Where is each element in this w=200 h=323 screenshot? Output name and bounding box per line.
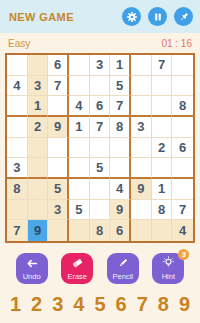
grid-cell[interactable]: 6 <box>48 55 69 76</box>
grid-cell[interactable]: 3 <box>48 200 69 221</box>
lightbulb-icon <box>162 256 175 272</box>
grid-cell[interactable] <box>90 179 111 200</box>
grid-cell[interactable] <box>28 138 49 159</box>
grid-cell[interactable]: 8 <box>7 179 28 200</box>
difficulty-label: Easy <box>8 38 30 49</box>
grid-cell[interactable] <box>48 220 69 241</box>
grid-cell[interactable] <box>172 76 193 97</box>
number-pad: 123456789 <box>0 293 200 315</box>
grid-cell[interactable] <box>90 138 111 159</box>
timer: 01 : 16 <box>161 38 192 49</box>
undo-button[interactable]: Undo <box>16 253 48 284</box>
sudoku-board: 63174375146782917832635854913598779864 <box>5 53 195 243</box>
erase-button[interactable]: Erase <box>61 253 93 284</box>
grid-cell[interactable]: 5 <box>69 200 90 221</box>
grid-cell[interactable] <box>90 200 111 221</box>
grid-cell[interactable] <box>69 220 90 241</box>
settings-button[interactable] <box>122 7 141 26</box>
grid-cell[interactable] <box>152 220 173 241</box>
grid-cell[interactable]: 2 <box>28 117 49 138</box>
pause-icon <box>153 12 163 22</box>
grid-cell[interactable]: 9 <box>110 200 131 221</box>
grid-cell[interactable] <box>152 76 173 97</box>
grid-cell[interactable] <box>48 158 69 179</box>
grid-cell[interactable] <box>7 200 28 221</box>
grid-cell[interactable] <box>110 138 131 159</box>
grid-cell[interactable] <box>152 158 173 179</box>
grid-cell[interactable] <box>172 179 193 200</box>
grid-cell[interactable]: 9 <box>28 220 49 241</box>
hint-button[interactable]: 3 Hint <box>152 253 184 284</box>
grid-cell[interactable] <box>69 179 90 200</box>
grid-cell[interactable]: 5 <box>90 158 111 179</box>
grid-cell[interactable]: 7 <box>90 117 111 138</box>
grid-cell[interactable]: 7 <box>7 220 28 241</box>
pencil-button[interactable]: Pencil <box>107 253 139 284</box>
numpad-digit-6[interactable]: 6 <box>116 293 127 315</box>
grid-cell[interactable] <box>7 138 28 159</box>
grid-cell[interactable] <box>69 138 90 159</box>
grid-cell[interactable]: 6 <box>110 220 131 241</box>
grid-cell[interactable]: 7 <box>110 96 131 117</box>
grid-cell[interactable] <box>172 55 193 76</box>
topbar-buttons <box>122 7 193 26</box>
grid-cell[interactable] <box>172 158 193 179</box>
grid-cell[interactable] <box>152 96 173 117</box>
grid-cell[interactable]: 7 <box>172 200 193 221</box>
gear-icon <box>126 11 138 23</box>
grid-cell[interactable]: 9 <box>131 179 152 200</box>
grid-cell[interactable]: 8 <box>110 117 131 138</box>
grid-cell[interactable] <box>28 200 49 221</box>
undo-label: Undo <box>23 273 41 281</box>
grid-cell[interactable] <box>131 96 152 117</box>
grid-cell[interactable] <box>7 117 28 138</box>
numpad-digit-9[interactable]: 9 <box>179 293 190 315</box>
grid-cell[interactable] <box>131 55 152 76</box>
pin-icon <box>178 11 190 23</box>
grid-cell[interactable] <box>131 200 152 221</box>
grid-cell[interactable]: 1 <box>110 55 131 76</box>
grid-cell[interactable]: 4 <box>7 76 28 97</box>
top-bar: NEW GAME <box>0 0 200 33</box>
grid-cell[interactable]: 2 <box>152 138 173 159</box>
grid-cell[interactable]: 4 <box>69 96 90 117</box>
hint-label: Hint <box>162 273 175 281</box>
grid-cell[interactable] <box>131 220 152 241</box>
grid-cell[interactable]: 3 <box>7 158 28 179</box>
grid-cell[interactable] <box>28 179 49 200</box>
grid-cell[interactable]: 4 <box>172 220 193 241</box>
numpad-digit-2[interactable]: 2 <box>31 293 42 315</box>
grid-cell[interactable]: 3 <box>131 117 152 138</box>
grid-cell[interactable]: 9 <box>48 117 69 138</box>
numpad-digit-8[interactable]: 8 <box>158 293 169 315</box>
numpad-digit-7[interactable]: 7 <box>137 293 148 315</box>
grid-cell[interactable]: 6 <box>90 96 111 117</box>
grid-cell[interactable]: 8 <box>152 200 173 221</box>
grid-cell[interactable]: 8 <box>172 96 193 117</box>
grid-cell[interactable] <box>152 117 173 138</box>
numpad-digit-3[interactable]: 3 <box>52 293 63 315</box>
pause-button[interactable] <box>148 7 167 26</box>
undo-arrow-icon <box>25 257 38 272</box>
numpad-digit-5[interactable]: 5 <box>94 293 105 315</box>
grid-cell[interactable] <box>131 76 152 97</box>
grid-cell[interactable]: 1 <box>69 117 90 138</box>
grid-cell[interactable]: 3 <box>90 55 111 76</box>
grid-cell[interactable]: 3 <box>28 76 49 97</box>
numpad-digit-4[interactable]: 4 <box>73 293 84 315</box>
eraser-icon <box>71 257 84 272</box>
grid-cell[interactable] <box>48 138 69 159</box>
grid-cell[interactable] <box>28 55 49 76</box>
grid-cell[interactable] <box>131 138 152 159</box>
grid-cell[interactable] <box>7 55 28 76</box>
status-row: Easy 01 : 16 <box>0 33 200 52</box>
pencil-label: Pencil <box>113 273 133 281</box>
numpad-digit-1[interactable]: 1 <box>10 293 21 315</box>
hint-badge: 3 <box>178 249 189 260</box>
grid-cell[interactable]: 7 <box>152 55 173 76</box>
grid-cell[interactable] <box>90 76 111 97</box>
grid-cell[interactable]: 4 <box>110 179 131 200</box>
grid-cell[interactable]: 1 <box>152 179 173 200</box>
pencil-icon <box>117 257 129 272</box>
grid-cell[interactable]: 1 <box>28 96 49 117</box>
grid-cell[interactable] <box>48 96 69 117</box>
erase-label: Erase <box>67 273 87 281</box>
grid-cell[interactable] <box>131 158 152 179</box>
grid-cell[interactable]: 5 <box>48 179 69 200</box>
grid-cell[interactable] <box>28 158 49 179</box>
grid-cell[interactable]: 5 <box>110 76 131 97</box>
grid-cell[interactable] <box>69 76 90 97</box>
grid-cell[interactable]: 8 <box>90 220 111 241</box>
grid-cell[interactable] <box>69 158 90 179</box>
grid-cell[interactable] <box>7 96 28 117</box>
grid-cell[interactable]: 6 <box>172 138 193 159</box>
toolbar: Undo Erase Pencil 3 <box>0 253 200 284</box>
page-title: NEW GAME <box>9 11 74 23</box>
pin-button[interactable] <box>174 7 193 26</box>
grid-cell[interactable] <box>172 117 193 138</box>
grid-cell[interactable] <box>110 158 131 179</box>
grid-cell[interactable] <box>69 55 90 76</box>
grid-cell[interactable]: 7 <box>48 76 69 97</box>
